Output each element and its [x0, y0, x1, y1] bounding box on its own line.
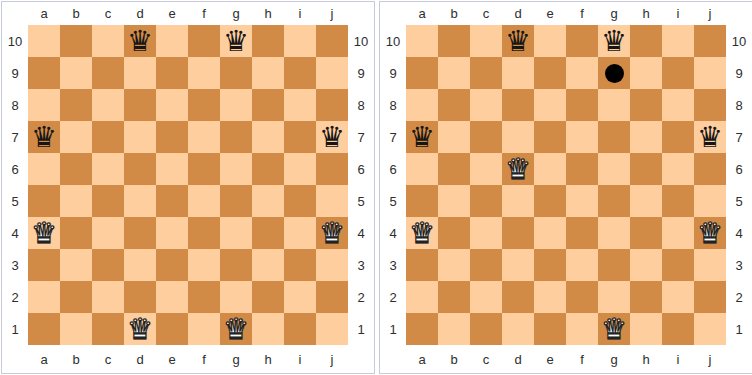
square-a7: ♛	[28, 121, 60, 153]
square-c9	[92, 57, 124, 89]
square-d2	[502, 281, 534, 313]
square-a2	[406, 281, 438, 313]
rank-label-left-4: 4	[2, 217, 28, 249]
rank-label-right-4: 4	[726, 217, 752, 249]
square-e6	[534, 153, 566, 185]
square-f6	[188, 153, 220, 185]
file-label-bottom-b: b	[438, 345, 470, 373]
square-h7	[252, 121, 284, 153]
rank-label-right-3: 3	[726, 249, 752, 281]
square-h3	[630, 249, 662, 281]
square-d5	[502, 185, 534, 217]
rank-label-right-8: 8	[348, 89, 374, 121]
square-i3	[662, 249, 694, 281]
rank-label-left-5: 5	[2, 185, 28, 217]
file-label-top-h: h	[630, 2, 662, 25]
square-b9	[60, 57, 92, 89]
file-label-top-c: c	[92, 2, 124, 25]
rank-label-left-3: 3	[380, 249, 406, 281]
square-e4	[534, 217, 566, 249]
square-f3	[566, 249, 598, 281]
rank-label-left-2: 2	[2, 281, 28, 313]
rank-label-left-8: 8	[2, 89, 28, 121]
square-j8	[694, 89, 726, 121]
square-g2	[598, 281, 630, 313]
square-j3	[316, 249, 348, 281]
square-d8	[124, 89, 156, 121]
square-a1	[28, 313, 60, 345]
square-d4	[502, 217, 534, 249]
square-g5	[220, 185, 252, 217]
square-e5	[534, 185, 566, 217]
square-h2	[252, 281, 284, 313]
rank-label-left-6: 6	[2, 153, 28, 185]
square-j6	[694, 153, 726, 185]
square-d5	[124, 185, 156, 217]
square-i1	[662, 313, 694, 345]
square-h6	[630, 153, 662, 185]
rank-label-right-9: 9	[348, 57, 374, 89]
square-d10: ♛	[502, 25, 534, 57]
white-queen-icon: ♛	[319, 217, 345, 249]
square-j3	[694, 249, 726, 281]
black-queen-icon: ♛	[223, 25, 249, 57]
square-e2	[156, 281, 188, 313]
square-a4: ♛	[28, 217, 60, 249]
square-j6	[316, 153, 348, 185]
square-i8	[662, 89, 694, 121]
square-h10	[630, 25, 662, 57]
white-queen-icon: ♛	[127, 313, 153, 345]
square-g3	[598, 249, 630, 281]
rank-label-right-6: 6	[726, 153, 752, 185]
rank-label-right-7: 7	[726, 121, 752, 153]
file-label-bottom-g: g	[220, 345, 252, 373]
square-f6	[566, 153, 598, 185]
rank-label-left-4: 4	[380, 217, 406, 249]
file-label-top-f: f	[566, 2, 598, 25]
board-corner	[726, 345, 752, 373]
square-e1	[156, 313, 188, 345]
square-c5	[92, 185, 124, 217]
square-a6	[406, 153, 438, 185]
square-e3	[534, 249, 566, 281]
square-e7	[534, 121, 566, 153]
square-h9	[630, 57, 662, 89]
square-b7	[438, 121, 470, 153]
square-d10: ♛	[124, 25, 156, 57]
square-j8	[316, 89, 348, 121]
square-e8	[156, 89, 188, 121]
square-c3	[470, 249, 502, 281]
rank-label-left-3: 3	[2, 249, 28, 281]
square-g1: ♛	[220, 313, 252, 345]
right-board: abcdefghij10♛♛1099887♛♛76♛6554♛♛433221♛1…	[380, 2, 752, 373]
square-h5	[630, 185, 662, 217]
square-d1	[502, 313, 534, 345]
square-b9	[438, 57, 470, 89]
file-label-bottom-i: i	[662, 345, 694, 373]
square-c2	[470, 281, 502, 313]
file-label-bottom-c: c	[470, 345, 502, 373]
rank-label-right-9: 9	[726, 57, 752, 89]
square-j1	[694, 313, 726, 345]
square-d4	[124, 217, 156, 249]
square-h10	[252, 25, 284, 57]
square-f5	[566, 185, 598, 217]
file-label-top-i: i	[284, 2, 316, 25]
rank-label-left-9: 9	[380, 57, 406, 89]
file-label-top-d: d	[124, 2, 156, 25]
square-g2	[220, 281, 252, 313]
board-corner	[380, 2, 406, 25]
square-c6	[470, 153, 502, 185]
rank-label-left-2: 2	[380, 281, 406, 313]
file-label-top-c: c	[470, 2, 502, 25]
square-j9	[694, 57, 726, 89]
board-corner	[348, 345, 374, 373]
square-f2	[566, 281, 598, 313]
square-d3	[502, 249, 534, 281]
square-e2	[534, 281, 566, 313]
left-board: abcdefghij10♛♛1099887♛♛766554♛♛433221♛♛1…	[2, 2, 374, 373]
square-f4	[566, 217, 598, 249]
square-c4	[92, 217, 124, 249]
square-j7: ♛	[316, 121, 348, 153]
square-c10	[470, 25, 502, 57]
file-label-bottom-a: a	[28, 345, 60, 373]
square-d9	[124, 57, 156, 89]
square-e9	[534, 57, 566, 89]
rank-label-right-1: 1	[348, 313, 374, 345]
file-label-top-a: a	[406, 2, 438, 25]
square-a8	[28, 89, 60, 121]
square-f10	[188, 25, 220, 57]
square-d6: ♛	[502, 153, 534, 185]
rank-label-right-1: 1	[726, 313, 752, 345]
square-i9	[284, 57, 316, 89]
rank-label-right-3: 3	[348, 249, 374, 281]
board-corner	[380, 345, 406, 373]
square-b6	[60, 153, 92, 185]
square-h2	[630, 281, 662, 313]
black-queen-icon: ♛	[319, 121, 345, 153]
file-label-bottom-h: h	[630, 345, 662, 373]
square-a7: ♛	[406, 121, 438, 153]
square-d2	[124, 281, 156, 313]
square-a4: ♛	[406, 217, 438, 249]
board-corner	[348, 2, 374, 25]
square-a9	[28, 57, 60, 89]
black-queen-icon: ♛	[31, 121, 57, 153]
square-h3	[252, 249, 284, 281]
file-label-top-g: g	[220, 2, 252, 25]
square-i1	[284, 313, 316, 345]
square-i10	[662, 25, 694, 57]
square-e10	[534, 25, 566, 57]
square-g7	[220, 121, 252, 153]
file-label-bottom-g: g	[598, 345, 630, 373]
square-a10	[28, 25, 60, 57]
square-f5	[188, 185, 220, 217]
square-a10	[406, 25, 438, 57]
square-c1	[92, 313, 124, 345]
black-queen-icon: ♛	[505, 25, 531, 57]
rank-label-right-6: 6	[348, 153, 374, 185]
square-f2	[188, 281, 220, 313]
square-d9	[502, 57, 534, 89]
square-f10	[566, 25, 598, 57]
rank-label-left-9: 9	[2, 57, 28, 89]
right-board-panel: abcdefghij10♛♛1099887♛♛76♛6554♛♛433221♛1…	[379, 1, 752, 374]
square-b8	[438, 89, 470, 121]
file-label-bottom-h: h	[252, 345, 284, 373]
square-j2	[694, 281, 726, 313]
square-i7	[284, 121, 316, 153]
rank-label-right-7: 7	[348, 121, 374, 153]
square-c1	[470, 313, 502, 345]
square-f3	[188, 249, 220, 281]
square-a8	[406, 89, 438, 121]
square-i3	[284, 249, 316, 281]
square-e9	[156, 57, 188, 89]
square-g5	[598, 185, 630, 217]
file-label-bottom-e: e	[156, 345, 188, 373]
file-label-top-b: b	[60, 2, 92, 25]
rank-label-right-10: 10	[726, 25, 752, 57]
rank-label-left-1: 1	[2, 313, 28, 345]
square-g10: ♛	[598, 25, 630, 57]
square-b2	[438, 281, 470, 313]
square-g7	[598, 121, 630, 153]
file-label-top-j: j	[694, 2, 726, 25]
square-e7	[156, 121, 188, 153]
rank-label-left-1: 1	[380, 313, 406, 345]
square-g6	[598, 153, 630, 185]
file-label-top-f: f	[188, 2, 220, 25]
square-g4	[598, 217, 630, 249]
dot-marker-icon	[605, 64, 624, 83]
square-i6	[662, 153, 694, 185]
black-queen-icon: ♛	[601, 25, 627, 57]
square-e4	[156, 217, 188, 249]
square-j5	[316, 185, 348, 217]
square-i2	[284, 281, 316, 313]
square-i9	[662, 57, 694, 89]
file-label-bottom-e: e	[534, 345, 566, 373]
file-label-top-d: d	[502, 2, 534, 25]
rank-label-right-8: 8	[726, 89, 752, 121]
file-label-bottom-b: b	[60, 345, 92, 373]
square-e10	[156, 25, 188, 57]
rank-label-left-6: 6	[380, 153, 406, 185]
square-h1	[630, 313, 662, 345]
square-i2	[662, 281, 694, 313]
file-label-bottom-d: d	[124, 345, 156, 373]
square-g9	[220, 57, 252, 89]
board-corner	[2, 345, 28, 373]
rank-label-right-5: 5	[726, 185, 752, 217]
file-label-top-j: j	[316, 2, 348, 25]
square-d1: ♛	[124, 313, 156, 345]
square-c7	[92, 121, 124, 153]
square-f9	[188, 57, 220, 89]
file-label-top-g: g	[598, 2, 630, 25]
square-d3	[124, 249, 156, 281]
rank-label-right-5: 5	[348, 185, 374, 217]
square-j2	[316, 281, 348, 313]
square-g4	[220, 217, 252, 249]
square-e5	[156, 185, 188, 217]
white-queen-icon: ♛	[697, 217, 723, 249]
square-h6	[252, 153, 284, 185]
rank-label-right-4: 4	[348, 217, 374, 249]
square-h5	[252, 185, 284, 217]
file-label-bottom-c: c	[92, 345, 124, 373]
square-g3	[220, 249, 252, 281]
square-d7	[502, 121, 534, 153]
square-a3	[28, 249, 60, 281]
square-h8	[630, 89, 662, 121]
square-h4	[630, 217, 662, 249]
square-i5	[284, 185, 316, 217]
square-a5	[28, 185, 60, 217]
square-c3	[92, 249, 124, 281]
square-b5	[438, 185, 470, 217]
board-corner	[2, 2, 28, 25]
square-i10	[284, 25, 316, 57]
rank-label-left-5: 5	[380, 185, 406, 217]
rank-label-right-2: 2	[348, 281, 374, 313]
square-b1	[438, 313, 470, 345]
file-label-bottom-d: d	[502, 345, 534, 373]
square-b4	[60, 217, 92, 249]
square-j5	[694, 185, 726, 217]
black-queen-icon: ♛	[697, 121, 723, 153]
square-c4	[470, 217, 502, 249]
square-j1	[316, 313, 348, 345]
square-d7	[124, 121, 156, 153]
square-b10	[438, 25, 470, 57]
square-i7	[662, 121, 694, 153]
square-j4: ♛	[316, 217, 348, 249]
square-a1	[406, 313, 438, 345]
square-b10	[60, 25, 92, 57]
black-queen-icon: ♛	[127, 25, 153, 57]
square-j10	[316, 25, 348, 57]
square-b8	[60, 89, 92, 121]
white-queen-icon: ♛	[223, 313, 249, 345]
square-c8	[92, 89, 124, 121]
square-b5	[60, 185, 92, 217]
square-f7	[188, 121, 220, 153]
file-label-top-b: b	[438, 2, 470, 25]
square-i4	[662, 217, 694, 249]
square-e8	[534, 89, 566, 121]
square-f7	[566, 121, 598, 153]
rank-label-right-2: 2	[726, 281, 752, 313]
square-h4	[252, 217, 284, 249]
white-queen-icon: ♛	[409, 217, 435, 249]
white-queen-icon: ♛	[601, 313, 627, 345]
square-c9	[470, 57, 502, 89]
square-c8	[470, 89, 502, 121]
square-h8	[252, 89, 284, 121]
square-i6	[284, 153, 316, 185]
square-j9	[316, 57, 348, 89]
file-label-top-e: e	[534, 2, 566, 25]
square-g6	[220, 153, 252, 185]
square-b3	[438, 249, 470, 281]
square-c5	[470, 185, 502, 217]
square-h7	[630, 121, 662, 153]
square-b3	[60, 249, 92, 281]
square-a5	[406, 185, 438, 217]
square-e6	[156, 153, 188, 185]
rank-label-right-10: 10	[348, 25, 374, 57]
rank-label-left-7: 7	[2, 121, 28, 153]
file-label-bottom-j: j	[316, 345, 348, 373]
square-c10	[92, 25, 124, 57]
board-corner	[726, 2, 752, 25]
square-i4	[284, 217, 316, 249]
square-e1	[534, 313, 566, 345]
square-g10: ♛	[220, 25, 252, 57]
square-j4: ♛	[694, 217, 726, 249]
white-queen-icon: ♛	[31, 217, 57, 249]
file-label-top-a: a	[28, 2, 60, 25]
square-i5	[662, 185, 694, 217]
square-f8	[566, 89, 598, 121]
square-b1	[60, 313, 92, 345]
square-f4	[188, 217, 220, 249]
square-f8	[188, 89, 220, 121]
square-f1	[566, 313, 598, 345]
square-d8	[502, 89, 534, 121]
file-label-top-i: i	[662, 2, 694, 25]
square-h1	[252, 313, 284, 345]
square-d6	[124, 153, 156, 185]
square-a2	[28, 281, 60, 313]
square-e3	[156, 249, 188, 281]
square-c6	[92, 153, 124, 185]
square-g9	[598, 57, 630, 89]
rank-label-left-8: 8	[380, 89, 406, 121]
rank-label-left-10: 10	[380, 25, 406, 57]
square-a9	[406, 57, 438, 89]
square-b7	[60, 121, 92, 153]
square-b6	[438, 153, 470, 185]
file-label-top-e: e	[156, 2, 188, 25]
file-label-bottom-a: a	[406, 345, 438, 373]
square-h9	[252, 57, 284, 89]
square-j10	[694, 25, 726, 57]
white-queen-icon: ♛	[505, 153, 531, 185]
file-label-bottom-j: j	[694, 345, 726, 373]
square-f9	[566, 57, 598, 89]
square-c2	[92, 281, 124, 313]
two-board-diagram: abcdefghij10♛♛1099887♛♛766554♛♛433221♛♛1…	[0, 0, 752, 375]
file-label-bottom-f: f	[188, 345, 220, 373]
square-c7	[470, 121, 502, 153]
square-b2	[60, 281, 92, 313]
square-g8	[598, 89, 630, 121]
file-label-top-h: h	[252, 2, 284, 25]
square-j7: ♛	[694, 121, 726, 153]
square-i8	[284, 89, 316, 121]
black-queen-icon: ♛	[409, 121, 435, 153]
rank-label-left-7: 7	[380, 121, 406, 153]
